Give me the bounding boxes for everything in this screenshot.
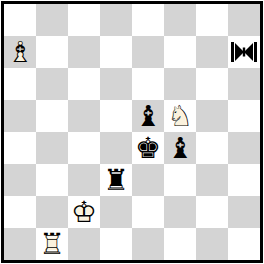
square-d5[interactable] xyxy=(100,100,132,132)
square-h3[interactable] xyxy=(228,164,260,196)
square-f5[interactable]: ♞♘ xyxy=(164,100,196,132)
square-c1[interactable] xyxy=(68,228,100,260)
square-c8[interactable] xyxy=(68,4,100,36)
square-e1[interactable] xyxy=(132,228,164,260)
square-h6[interactable] xyxy=(228,68,260,100)
square-a3[interactable] xyxy=(4,164,36,196)
square-b7[interactable] xyxy=(36,36,68,68)
square-b2[interactable] xyxy=(36,196,68,228)
square-h8[interactable] xyxy=(228,4,260,36)
square-f8[interactable] xyxy=(164,4,196,36)
square-f7[interactable] xyxy=(164,36,196,68)
square-d8[interactable] xyxy=(100,4,132,36)
square-a1[interactable] xyxy=(4,228,36,260)
square-g4[interactable] xyxy=(196,132,228,164)
chess-diagram: ♝♗♝♞♘♚♝♜♚♔♜♖ xyxy=(0,0,264,264)
square-e3[interactable] xyxy=(132,164,164,196)
square-e5[interactable]: ♝ xyxy=(132,100,164,132)
black-rook-piece: ♜ xyxy=(100,164,132,196)
white-king-fill: ♚ xyxy=(68,196,100,228)
square-d3[interactable]: ♜ xyxy=(100,164,132,196)
square-f3[interactable] xyxy=(164,164,196,196)
square-d7[interactable] xyxy=(100,36,132,68)
white-king-piece: ♔ xyxy=(68,196,100,228)
square-h7[interactable] xyxy=(228,36,260,68)
square-g3[interactable] xyxy=(196,164,228,196)
square-c4[interactable] xyxy=(68,132,100,164)
square-b8[interactable] xyxy=(36,4,68,36)
square-e6[interactable] xyxy=(132,68,164,100)
square-g7[interactable] xyxy=(196,36,228,68)
square-h5[interactable] xyxy=(228,100,260,132)
square-c5[interactable] xyxy=(68,100,100,132)
square-b1[interactable]: ♜♖ xyxy=(36,228,68,260)
square-e4[interactable]: ♚ xyxy=(132,132,164,164)
white-knight-fill: ♞ xyxy=(164,100,196,132)
square-a5[interactable] xyxy=(4,100,36,132)
square-c6[interactable] xyxy=(68,68,100,100)
square-d6[interactable] xyxy=(100,68,132,100)
square-c2[interactable]: ♚♔ xyxy=(68,196,100,228)
black-fairy-bowtie-piece xyxy=(231,42,257,62)
square-c7[interactable] xyxy=(68,36,100,68)
square-e8[interactable] xyxy=(132,4,164,36)
black-bishop-piece: ♝ xyxy=(132,100,164,132)
square-g2[interactable] xyxy=(196,196,228,228)
square-a2[interactable] xyxy=(4,196,36,228)
square-b6[interactable] xyxy=(36,68,68,100)
square-a6[interactable] xyxy=(4,68,36,100)
square-f4[interactable]: ♝ xyxy=(164,132,196,164)
square-a7[interactable]: ♝♗ xyxy=(4,36,36,68)
square-f6[interactable] xyxy=(164,68,196,100)
square-c3[interactable] xyxy=(68,164,100,196)
square-e2[interactable] xyxy=(132,196,164,228)
square-e7[interactable] xyxy=(132,36,164,68)
square-d1[interactable] xyxy=(100,228,132,260)
square-b3[interactable] xyxy=(36,164,68,196)
square-b5[interactable] xyxy=(36,100,68,132)
square-d4[interactable] xyxy=(100,132,132,164)
white-bishop-piece: ♗ xyxy=(4,36,36,68)
chess-board: ♝♗♝♞♘♚♝♜♚♔♜♖ xyxy=(1,1,263,263)
square-d2[interactable] xyxy=(100,196,132,228)
square-g5[interactable] xyxy=(196,100,228,132)
white-rook-piece: ♖ xyxy=(36,228,68,260)
white-knight-piece: ♘ xyxy=(164,100,196,132)
square-f1[interactable] xyxy=(164,228,196,260)
square-g1[interactable] xyxy=(196,228,228,260)
square-a4[interactable] xyxy=(4,132,36,164)
square-h2[interactable] xyxy=(228,196,260,228)
white-bishop-fill: ♝ xyxy=(4,36,36,68)
square-g6[interactable] xyxy=(196,68,228,100)
square-a8[interactable] xyxy=(4,4,36,36)
square-h1[interactable] xyxy=(228,228,260,260)
black-bishop-piece: ♝ xyxy=(164,132,196,164)
square-h4[interactable] xyxy=(228,132,260,164)
square-f2[interactable] xyxy=(164,196,196,228)
white-rook-fill: ♜ xyxy=(36,228,68,260)
black-king-piece: ♚ xyxy=(132,132,164,164)
square-g8[interactable] xyxy=(196,4,228,36)
square-b4[interactable] xyxy=(36,132,68,164)
